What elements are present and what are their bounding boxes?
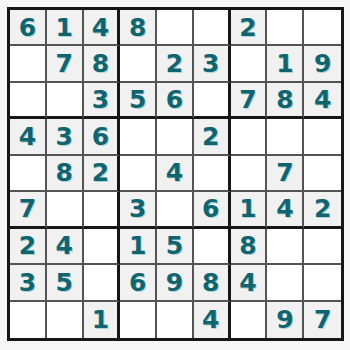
cell-r1c1-given-digit[interactable]: 6 — [10, 10, 47, 46]
cell-r7c5-given-digit[interactable]: 5 — [157, 229, 194, 265]
cell-r2c8-given-digit[interactable]: 1 — [267, 46, 304, 82]
cell-r2c9-given-digit[interactable]: 9 — [304, 46, 341, 82]
cell-r5c1-empty[interactable] — [10, 156, 47, 192]
cell-r3c8-given-digit[interactable]: 8 — [267, 83, 304, 119]
cell-r8c1-given-digit[interactable]: 3 — [10, 265, 47, 301]
cell-r5c5-given-digit[interactable]: 4 — [157, 156, 194, 192]
cell-r5c7-empty[interactable] — [231, 156, 268, 192]
cell-r2c1-empty[interactable] — [10, 46, 47, 82]
cell-r8c7-given-digit[interactable]: 4 — [231, 265, 268, 301]
cell-r6c2-empty[interactable] — [47, 192, 84, 228]
sudoku-board: 6148278231935678443628247736142241583569… — [7, 7, 344, 341]
cell-r7c8-empty[interactable] — [267, 229, 304, 265]
cell-r7c2-given-digit[interactable]: 4 — [47, 229, 84, 265]
cell-r8c8-empty[interactable] — [267, 265, 304, 301]
cell-r4c5-empty[interactable] — [157, 119, 194, 155]
cell-r8c4-given-digit[interactable]: 6 — [120, 265, 157, 301]
cell-r1c4-given-digit[interactable]: 8 — [120, 10, 157, 46]
cell-r1c7-given-digit[interactable]: 2 — [231, 10, 268, 46]
cell-r5c4-empty[interactable] — [120, 156, 157, 192]
cell-r3c9-given-digit[interactable]: 4 — [304, 83, 341, 119]
cell-r4c3-given-digit[interactable]: 6 — [84, 119, 121, 155]
cell-r2c6-given-digit[interactable]: 3 — [194, 46, 231, 82]
cell-r3c5-given-digit[interactable]: 6 — [157, 83, 194, 119]
cell-r7c3-empty[interactable] — [84, 229, 121, 265]
cell-r2c5-given-digit[interactable]: 2 — [157, 46, 194, 82]
cell-r1c9-empty[interactable] — [304, 10, 341, 46]
cell-r4c8-empty[interactable] — [267, 119, 304, 155]
cell-r5c8-given-digit[interactable]: 7 — [267, 156, 304, 192]
cell-r3c2-empty[interactable] — [47, 83, 84, 119]
cell-r2c2-given-digit[interactable]: 7 — [47, 46, 84, 82]
cell-r8c9-empty[interactable] — [304, 265, 341, 301]
cell-r8c2-given-digit[interactable]: 5 — [47, 265, 84, 301]
cell-r1c6-empty[interactable] — [194, 10, 231, 46]
cell-r9c7-empty[interactable] — [231, 302, 268, 338]
cell-r4c6-given-digit[interactable]: 2 — [194, 119, 231, 155]
cell-r1c2-given-digit[interactable]: 1 — [47, 10, 84, 46]
cell-r9c1-empty[interactable] — [10, 302, 47, 338]
cell-r6c5-empty[interactable] — [157, 192, 194, 228]
cell-r3c1-empty[interactable] — [10, 83, 47, 119]
cell-r5c2-given-digit[interactable]: 8 — [47, 156, 84, 192]
cell-r7c6-empty[interactable] — [194, 229, 231, 265]
cell-r8c5-given-digit[interactable]: 9 — [157, 265, 194, 301]
cell-r9c6-given-digit[interactable]: 4 — [194, 302, 231, 338]
cell-r4c9-empty[interactable] — [304, 119, 341, 155]
cell-r1c3-given-digit[interactable]: 4 — [84, 10, 121, 46]
cell-r9c3-given-digit[interactable]: 1 — [84, 302, 121, 338]
cell-r2c7-empty[interactable] — [231, 46, 268, 82]
cell-r7c7-given-digit[interactable]: 8 — [231, 229, 268, 265]
cell-r5c3-given-digit[interactable]: 2 — [84, 156, 121, 192]
cell-r1c8-empty[interactable] — [267, 10, 304, 46]
cell-r9c9-given-digit[interactable]: 7 — [304, 302, 341, 338]
cell-r5c9-empty[interactable] — [304, 156, 341, 192]
cell-r8c3-empty[interactable] — [84, 265, 121, 301]
cell-r1c5-empty[interactable] — [157, 10, 194, 46]
cell-r7c4-given-digit[interactable]: 1 — [120, 229, 157, 265]
cell-r5c6-empty[interactable] — [194, 156, 231, 192]
cell-r6c6-given-digit[interactable]: 6 — [194, 192, 231, 228]
cell-r9c5-empty[interactable] — [157, 302, 194, 338]
cell-r9c2-empty[interactable] — [47, 302, 84, 338]
cell-r6c8-given-digit[interactable]: 4 — [267, 192, 304, 228]
cell-r6c3-empty[interactable] — [84, 192, 121, 228]
cell-r8c6-given-digit[interactable]: 8 — [194, 265, 231, 301]
cell-r4c4-empty[interactable] — [120, 119, 157, 155]
cell-r4c1-given-digit[interactable]: 4 — [10, 119, 47, 155]
cell-r7c1-given-digit[interactable]: 2 — [10, 229, 47, 265]
cell-r4c7-empty[interactable] — [231, 119, 268, 155]
cell-r9c4-empty[interactable] — [120, 302, 157, 338]
cell-r6c1-given-digit[interactable]: 7 — [10, 192, 47, 228]
cell-r2c4-empty[interactable] — [120, 46, 157, 82]
cell-r9c8-given-digit[interactable]: 9 — [267, 302, 304, 338]
cell-r6c7-given-digit[interactable]: 1 — [231, 192, 268, 228]
cell-r3c3-given-digit[interactable]: 3 — [84, 83, 121, 119]
cell-r6c4-given-digit[interactable]: 3 — [120, 192, 157, 228]
cell-r3c4-given-digit[interactable]: 5 — [120, 83, 157, 119]
cell-r7c9-empty[interactable] — [304, 229, 341, 265]
cell-r4c2-given-digit[interactable]: 3 — [47, 119, 84, 155]
cell-r2c3-given-digit[interactable]: 8 — [84, 46, 121, 82]
cell-r3c7-given-digit[interactable]: 7 — [231, 83, 268, 119]
cell-r6c9-given-digit[interactable]: 2 — [304, 192, 341, 228]
cell-r3c6-empty[interactable] — [194, 83, 231, 119]
